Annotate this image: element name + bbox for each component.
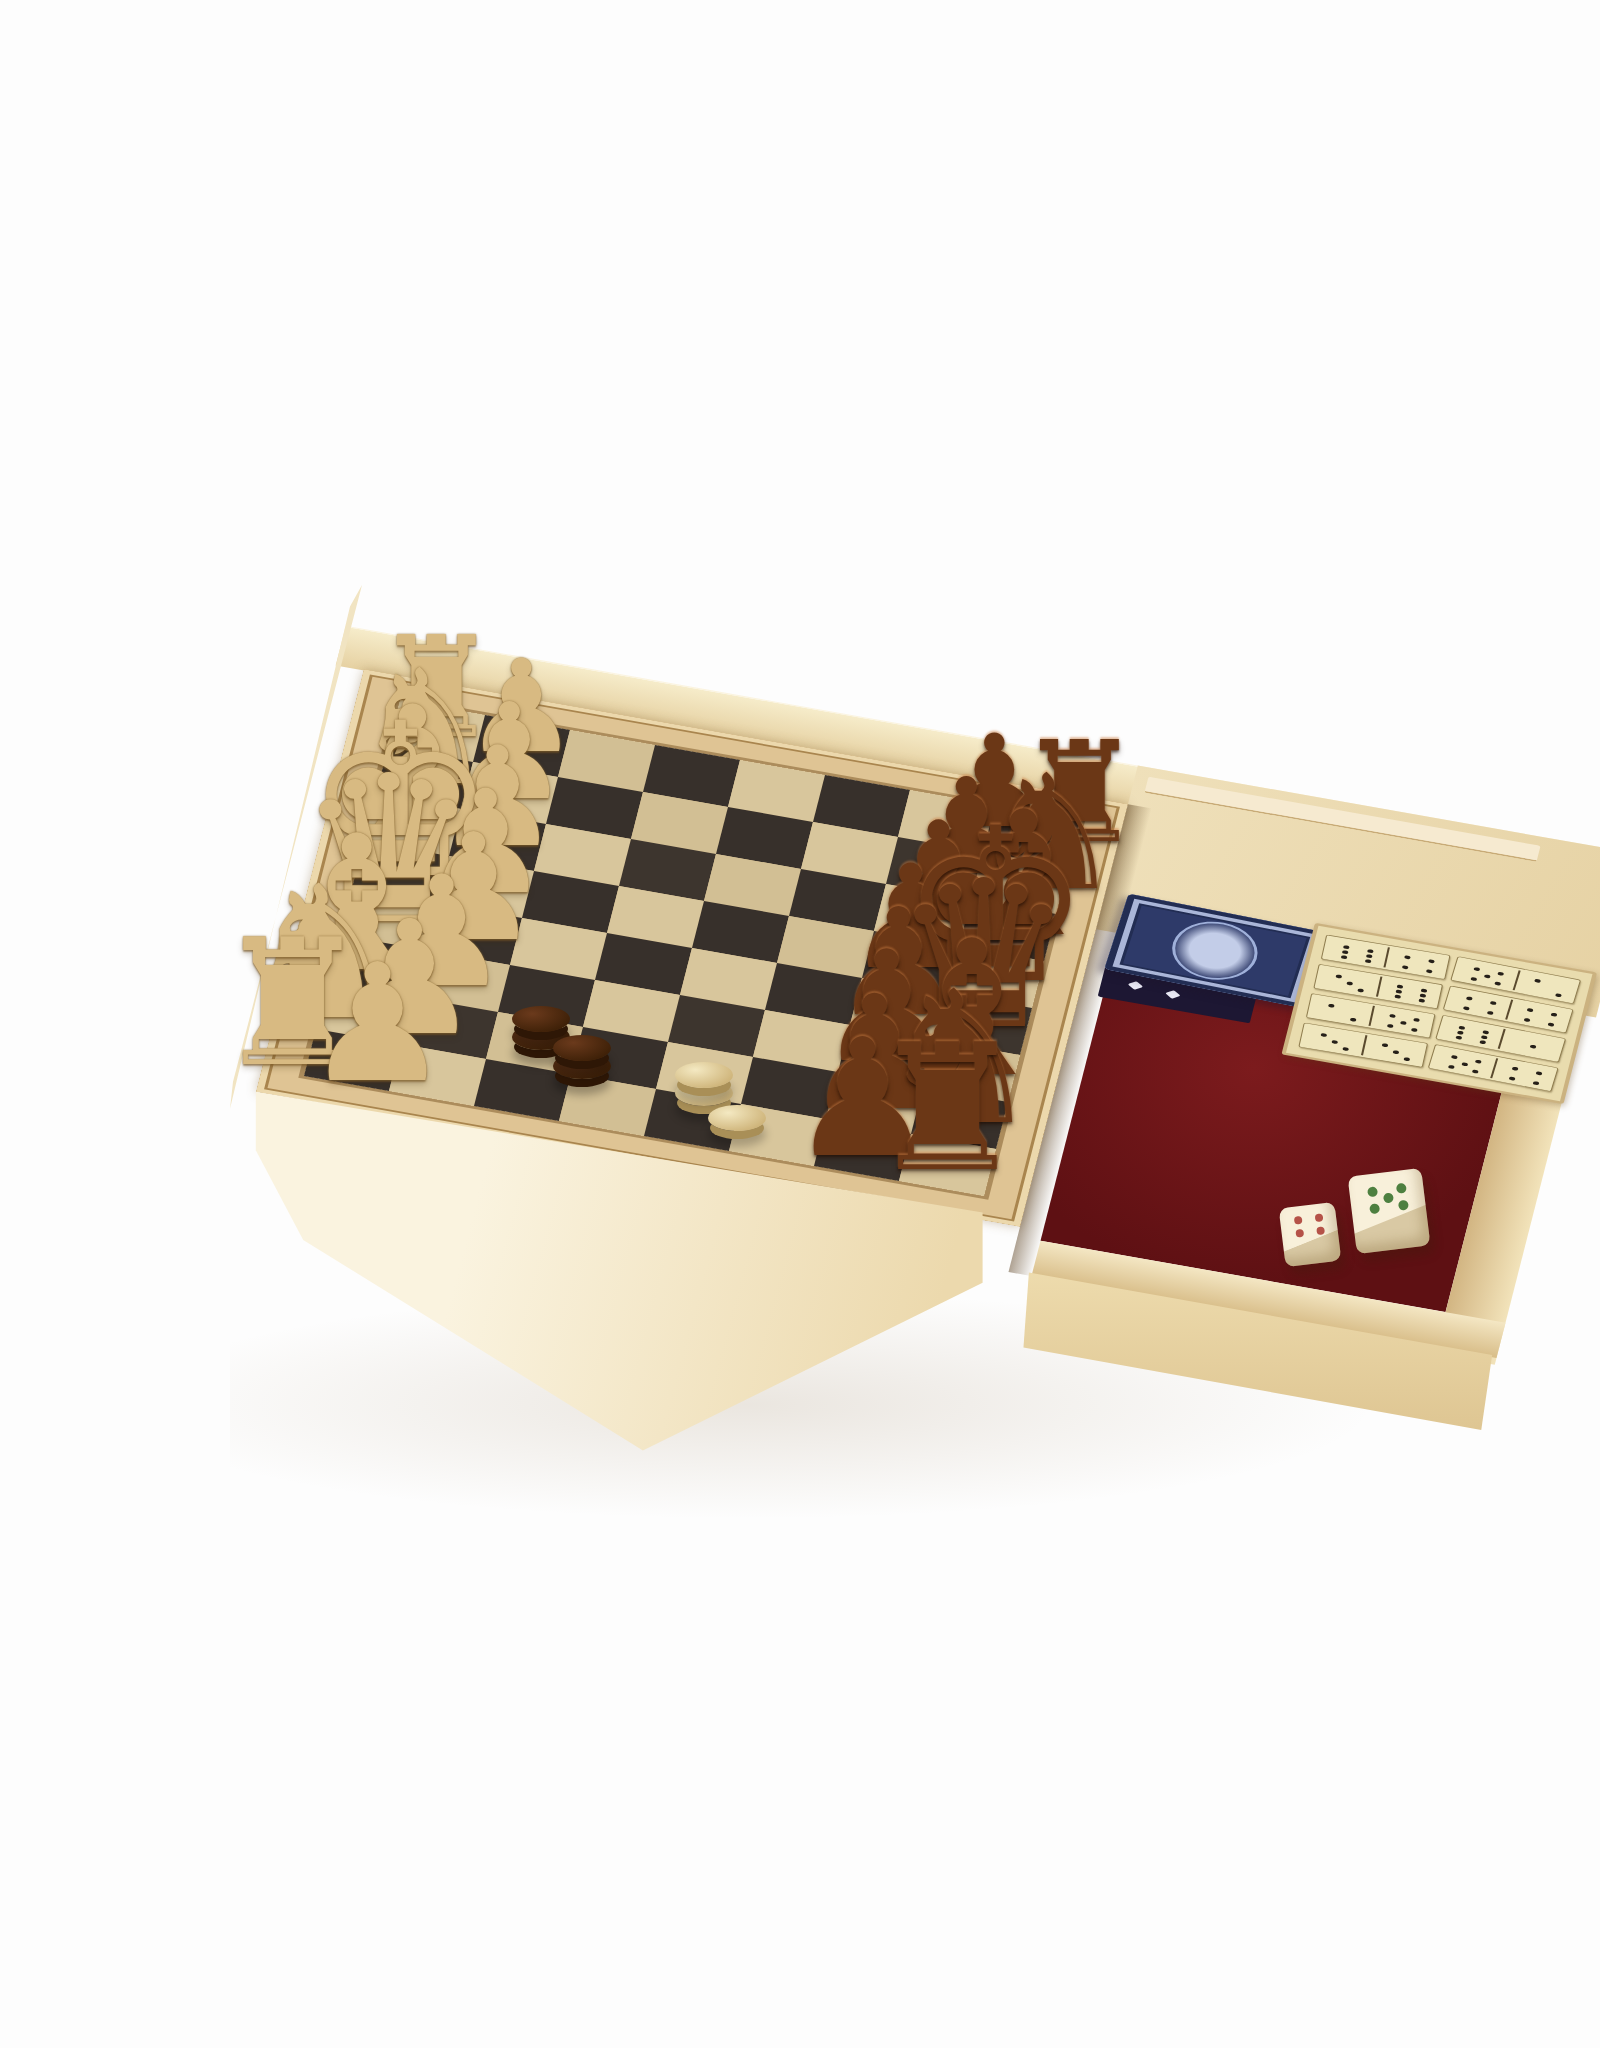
- die-pip: [1317, 1226, 1326, 1235]
- checker-light[interactable]: [675, 1062, 733, 1088]
- piece-white-pawn[interactable]: ♟: [304, 942, 450, 1105]
- die-pip: [1295, 1229, 1304, 1238]
- checker-dark[interactable]: [553, 1035, 611, 1061]
- die-pip: [1369, 1203, 1380, 1214]
- die-pip: [1367, 1186, 1378, 1197]
- die-5-pips[interactable]: [1348, 1168, 1431, 1254]
- die-pip: [1382, 1193, 1393, 1204]
- die-4-pips[interactable]: [1279, 1202, 1342, 1267]
- checker-light[interactable]: [708, 1105, 766, 1131]
- piece-black-rook[interactable]: ♜: [869, 1021, 1026, 1196]
- die-pip: [1395, 1182, 1406, 1193]
- checker-dark[interactable]: [512, 1006, 570, 1032]
- die-pip: [1398, 1200, 1409, 1211]
- pieces-layer: ♜♞♝♛♚♝♞♜♟♟♟♟♟♟♟♟♟♟♟♟♟♟♟♟♜♞♝♛♚♝♞♜: [0, 0, 1600, 2048]
- product-photo: { "game": "chess", "set_title": "Wooden …: [0, 0, 1600, 2048]
- die-pip: [1315, 1213, 1324, 1222]
- die-pip: [1294, 1215, 1303, 1224]
